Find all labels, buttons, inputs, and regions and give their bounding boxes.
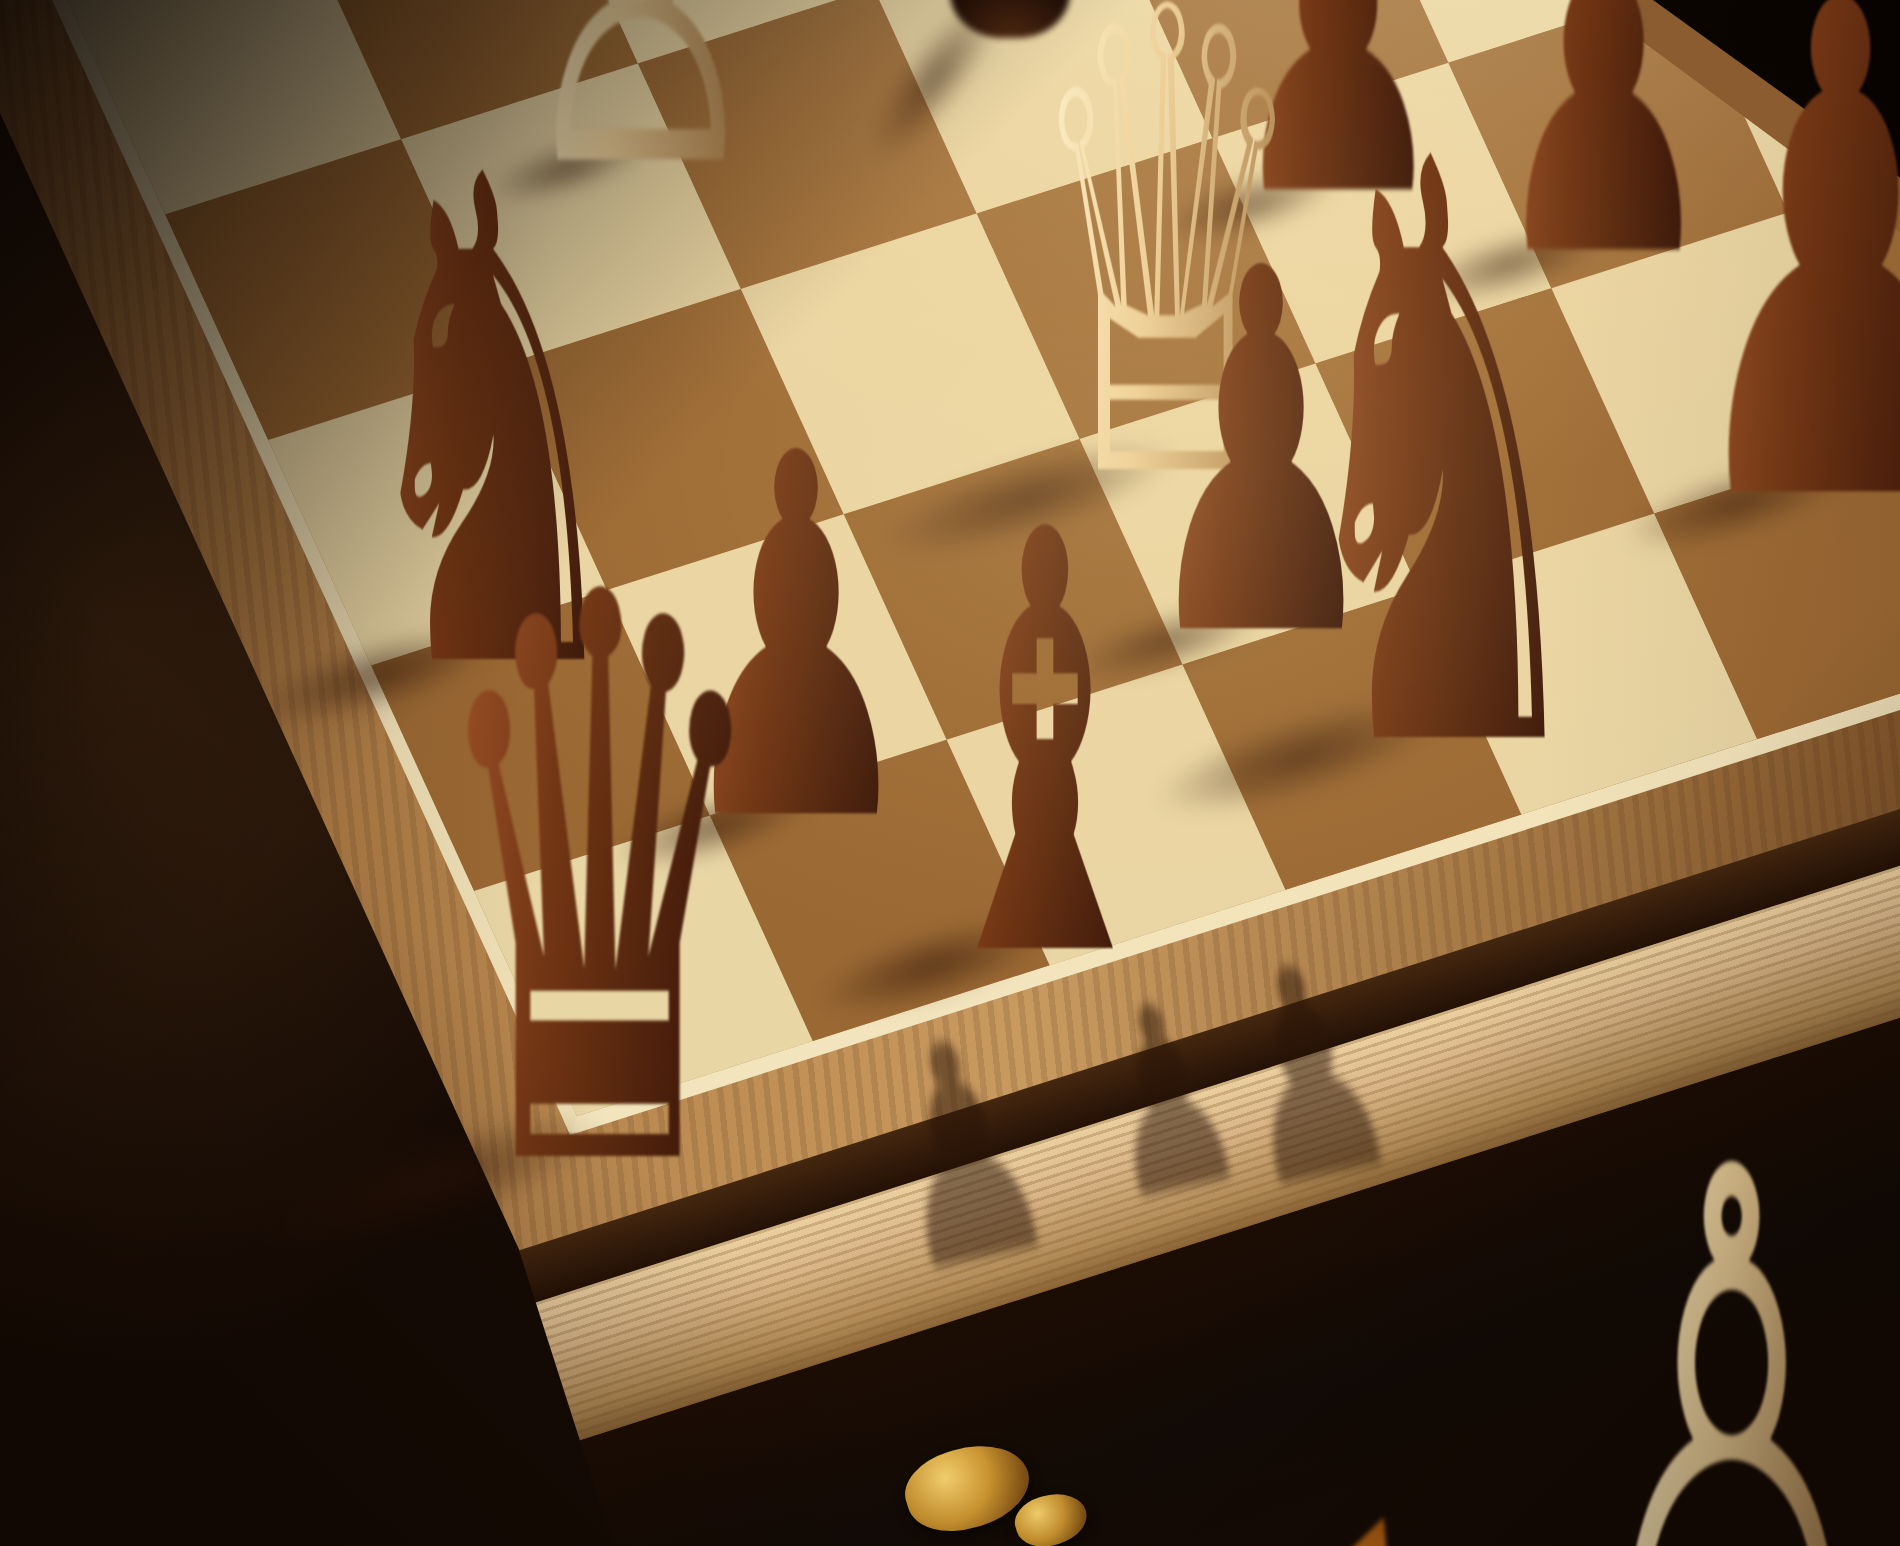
- dark-pawn-right[interactable]: ♟: [1673, 0, 1900, 596]
- piece-layer: ♙♕♟♟♟♟♞♞♟♝♛♝♙: [0, 0, 1900, 1546]
- amber-piece-lying[interactable]: ♝: [1075, 1423, 1463, 1546]
- white-pawn-table[interactable]: ♙: [1575, 1080, 1889, 1546]
- dark-knight-right[interactable]: ♞: [1280, 60, 1603, 860]
- dark-queen[interactable]: ♛: [425, 496, 775, 1276]
- dark-bishop[interactable]: ♝: [915, 458, 1175, 1038]
